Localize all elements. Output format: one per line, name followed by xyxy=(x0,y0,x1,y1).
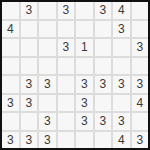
cell-r5c6[interactable]: 3 xyxy=(95,76,112,93)
cell-r3c3[interactable] xyxy=(39,39,56,56)
cell-r7c6[interactable]: 3 xyxy=(95,113,112,130)
cell-r5c7[interactable]: 3 xyxy=(113,76,130,93)
cell-r5c1[interactable] xyxy=(2,76,19,93)
cell-r7c8[interactable] xyxy=(132,113,149,130)
cell-r3c8[interactable]: 3 xyxy=(132,39,149,56)
cell-r6c3[interactable] xyxy=(39,95,56,112)
cell-r3c4[interactable]: 3 xyxy=(58,39,75,56)
cell-r6c6[interactable] xyxy=(95,95,112,112)
cell-r3c2[interactable] xyxy=(21,39,38,56)
cell-r4c2[interactable] xyxy=(21,58,38,75)
cell-r2c3[interactable] xyxy=(39,21,56,38)
cell-r7c7[interactable]: 3 xyxy=(113,113,130,130)
cell-r1c7[interactable]: 4 xyxy=(113,2,130,19)
cell-r4c6[interactable] xyxy=(95,58,112,75)
cell-r4c5[interactable] xyxy=(76,58,93,75)
cell-r4c3[interactable] xyxy=(39,58,56,75)
cell-r5c3[interactable]: 3 xyxy=(39,76,56,93)
cell-r6c8[interactable]: 4 xyxy=(132,95,149,112)
cell-r6c1[interactable]: 3 xyxy=(2,95,19,112)
cell-r7c4[interactable] xyxy=(58,113,75,130)
cell-r5c8[interactable]: 3 xyxy=(132,76,149,93)
cell-r6c7[interactable] xyxy=(113,95,130,112)
cell-r3c1[interactable] xyxy=(2,39,19,56)
cell-r7c2[interactable] xyxy=(21,113,38,130)
cell-r2c7[interactable]: 3 xyxy=(113,21,130,38)
cell-r8c8[interactable]: 3 xyxy=(132,132,149,149)
cell-r4c4[interactable] xyxy=(58,58,75,75)
cell-r7c1[interactable] xyxy=(2,113,19,130)
cell-r4c8[interactable] xyxy=(132,58,149,75)
cell-r1c1[interactable] xyxy=(2,2,19,19)
cell-r1c8[interactable] xyxy=(132,2,149,19)
cell-r3c7[interactable] xyxy=(113,39,130,56)
puzzle-board: 3334433133333333334333333343 xyxy=(0,0,150,150)
cell-r2c1[interactable]: 4 xyxy=(2,21,19,38)
cell-r8c6[interactable] xyxy=(95,132,112,149)
cell-r5c5[interactable]: 3 xyxy=(76,76,93,93)
cell-r4c1[interactable] xyxy=(2,58,19,75)
cell-r3c6[interactable] xyxy=(95,39,112,56)
cell-r3c5[interactable]: 1 xyxy=(76,39,93,56)
cell-r2c4[interactable] xyxy=(58,21,75,38)
cell-r5c2[interactable]: 3 xyxy=(21,76,38,93)
cell-r2c6[interactable] xyxy=(95,21,112,38)
cell-r2c2[interactable] xyxy=(21,21,38,38)
cell-r7c3[interactable]: 3 xyxy=(39,113,56,130)
cell-r6c2[interactable]: 3 xyxy=(21,95,38,112)
cell-r2c5[interactable] xyxy=(76,21,93,38)
cell-r2c8[interactable] xyxy=(132,21,149,38)
cell-r1c3[interactable] xyxy=(39,2,56,19)
cell-r1c2[interactable]: 3 xyxy=(21,2,38,19)
cell-r1c5[interactable] xyxy=(76,2,93,19)
cell-r8c7[interactable]: 4 xyxy=(113,132,130,149)
cell-r1c6[interactable]: 3 xyxy=(95,2,112,19)
cell-r6c4[interactable] xyxy=(58,95,75,112)
cell-r4c7[interactable] xyxy=(113,58,130,75)
cell-r5c4[interactable] xyxy=(58,76,75,93)
cell-r8c5[interactable] xyxy=(76,132,93,149)
cell-r8c4[interactable] xyxy=(58,132,75,149)
cell-r6c5[interactable]: 3 xyxy=(76,95,93,112)
cell-r7c5[interactable]: 3 xyxy=(76,113,93,130)
cell-r1c4[interactable]: 3 xyxy=(58,2,75,19)
cell-r8c3[interactable]: 3 xyxy=(39,132,56,149)
cell-r8c2[interactable]: 3 xyxy=(21,132,38,149)
cell-r8c1[interactable]: 3 xyxy=(2,132,19,149)
